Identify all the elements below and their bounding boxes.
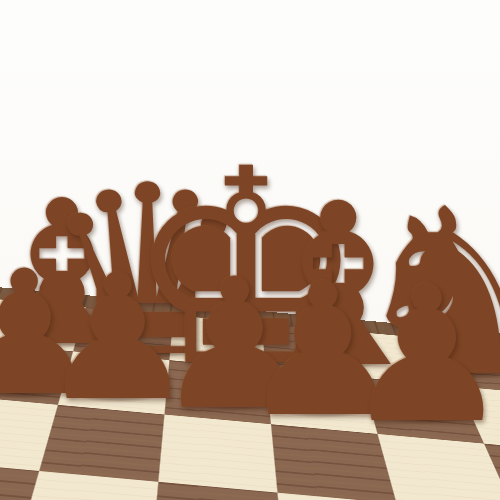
- piece-pawn-g7: ♟: [343, 261, 500, 449]
- chess-product-photo: ♝ ♛ ♚ ♝ ♞ ♟ ♟ ♟ ♟ ♟: [0, 0, 500, 500]
